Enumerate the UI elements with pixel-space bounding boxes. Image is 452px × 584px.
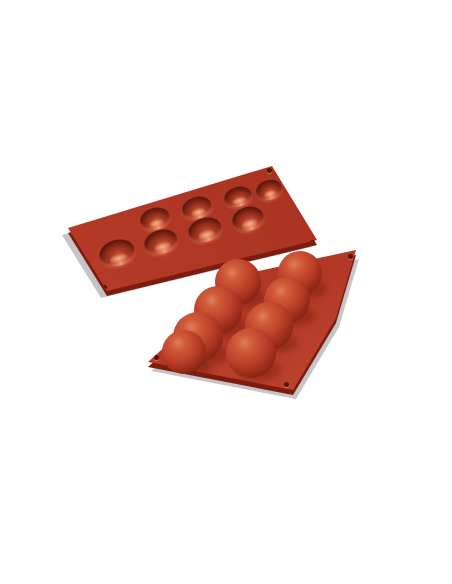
half-sphere-dome-8 bbox=[226, 328, 276, 378]
product-photo bbox=[0, 0, 452, 584]
front-mold-domes bbox=[0, 0, 452, 584]
front-mold-corner-hole-2 bbox=[284, 382, 289, 387]
half-sphere-dome-7 bbox=[162, 330, 206, 374]
front-mold-corner-hole-3 bbox=[154, 355, 159, 360]
front-mold-corner-hole-1 bbox=[348, 254, 353, 259]
